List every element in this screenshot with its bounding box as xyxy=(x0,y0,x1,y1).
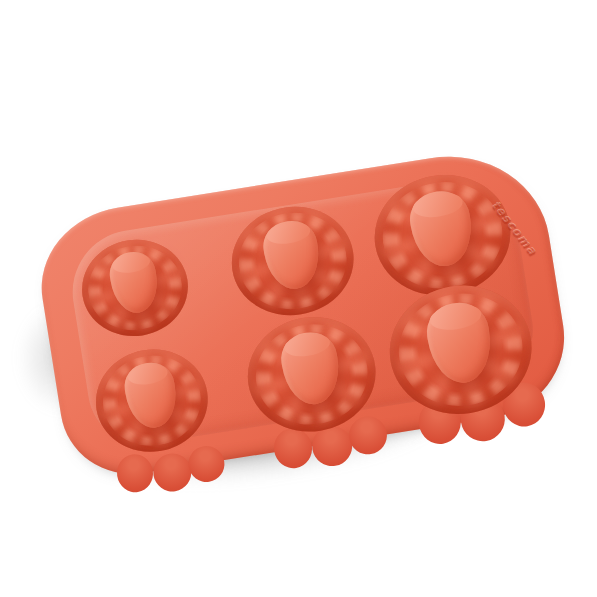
underside-bump xyxy=(346,414,389,457)
photo-stage: tescoma xyxy=(0,0,597,597)
underside-bump xyxy=(114,452,156,495)
silicone-mold-tray: tescoma xyxy=(30,142,575,485)
underside-bump xyxy=(271,425,315,470)
underside-bump xyxy=(151,451,194,494)
underside-bump xyxy=(186,443,227,484)
